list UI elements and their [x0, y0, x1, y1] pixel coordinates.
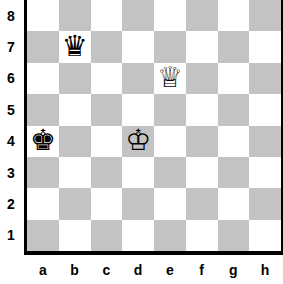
rank-label-4: 4: [0, 126, 22, 157]
square-c8[interactable]: [91, 0, 123, 31]
square-a6[interactable]: [27, 63, 59, 94]
square-g7[interactable]: [218, 31, 250, 62]
square-h2[interactable]: [249, 188, 281, 219]
square-h6[interactable]: [249, 63, 281, 94]
square-h1[interactable]: [249, 220, 281, 251]
square-c2[interactable]: [91, 188, 123, 219]
square-a4[interactable]: ♚: [27, 126, 59, 157]
square-g3[interactable]: [218, 157, 250, 188]
square-e3[interactable]: [154, 157, 186, 188]
square-d2[interactable]: [122, 188, 154, 219]
square-b7[interactable]: ♛: [59, 31, 91, 62]
square-b2[interactable]: [59, 188, 91, 219]
square-c3[interactable]: [91, 157, 123, 188]
square-b3[interactable]: [59, 157, 91, 188]
file-label-f: f: [186, 257, 218, 283]
square-a1[interactable]: [27, 220, 59, 251]
square-a5[interactable]: [27, 94, 59, 125]
square-f6[interactable]: [186, 63, 218, 94]
square-a7[interactable]: [27, 31, 59, 62]
file-label-g: g: [218, 257, 250, 283]
square-d6[interactable]: [122, 63, 154, 94]
square-g2[interactable]: [218, 188, 250, 219]
square-f4[interactable]: [186, 126, 218, 157]
square-h8[interactable]: [249, 0, 281, 31]
square-d7[interactable]: [122, 31, 154, 62]
square-c1[interactable]: [91, 220, 123, 251]
square-f7[interactable]: [186, 31, 218, 62]
square-f1[interactable]: [186, 220, 218, 251]
file-label-h: h: [249, 257, 281, 283]
square-h5[interactable]: [249, 94, 281, 125]
rank-label-1: 1: [0, 220, 22, 251]
chess-diagram: 87654321 ♛♕♚♔ abcdefgh: [0, 0, 283, 284]
square-a8[interactable]: [27, 0, 59, 31]
square-e6[interactable]: ♕: [154, 63, 186, 94]
file-labels: abcdefgh: [27, 257, 281, 283]
square-b4[interactable]: [59, 126, 91, 157]
rank-labels: 87654321: [0, 0, 22, 251]
square-f2[interactable]: [186, 188, 218, 219]
square-e4[interactable]: [154, 126, 186, 157]
white-queen[interactable]: ♕: [157, 63, 183, 92]
square-e7[interactable]: [154, 31, 186, 62]
square-g6[interactable]: [218, 63, 250, 94]
square-e8[interactable]: [154, 0, 186, 31]
file-label-a: a: [27, 257, 59, 283]
square-e1[interactable]: [154, 220, 186, 251]
square-d8[interactable]: [122, 0, 154, 31]
square-g5[interactable]: [218, 94, 250, 125]
white-king[interactable]: ♔: [125, 126, 151, 155]
square-d1[interactable]: [122, 220, 154, 251]
square-d5[interactable]: [122, 94, 154, 125]
rank-label-3: 3: [0, 157, 22, 188]
square-g1[interactable]: [218, 220, 250, 251]
square-c5[interactable]: [91, 94, 123, 125]
square-g4[interactable]: [218, 126, 250, 157]
square-g8[interactable]: [218, 0, 250, 31]
file-label-d: d: [122, 257, 154, 283]
file-label-b: b: [59, 257, 91, 283]
square-b5[interactable]: [59, 94, 91, 125]
square-f8[interactable]: [186, 0, 218, 31]
chess-board: ♛♕♚♔: [24, 0, 283, 255]
square-c6[interactable]: [91, 63, 123, 94]
square-h7[interactable]: [249, 31, 281, 62]
square-f3[interactable]: [186, 157, 218, 188]
square-f5[interactable]: [186, 94, 218, 125]
square-d3[interactable]: [122, 157, 154, 188]
square-c7[interactable]: [91, 31, 123, 62]
black-king[interactable]: ♚: [30, 126, 56, 155]
square-a3[interactable]: [27, 157, 59, 188]
square-e2[interactable]: [154, 188, 186, 219]
square-b8[interactable]: [59, 0, 91, 31]
square-b6[interactable]: [59, 63, 91, 94]
rank-label-8: 8: [0, 0, 22, 31]
square-d4[interactable]: ♔: [122, 126, 154, 157]
rank-label-6: 6: [0, 63, 22, 94]
rank-label-2: 2: [0, 188, 22, 219]
square-e5[interactable]: [154, 94, 186, 125]
square-c4[interactable]: [91, 126, 123, 157]
file-label-c: c: [91, 257, 123, 283]
rank-label-5: 5: [0, 94, 22, 125]
black-queen[interactable]: ♛: [62, 32, 88, 61]
file-label-e: e: [154, 257, 186, 283]
square-h4[interactable]: [249, 126, 281, 157]
square-a2[interactable]: [27, 188, 59, 219]
rank-label-7: 7: [0, 31, 22, 62]
square-h3[interactable]: [249, 157, 281, 188]
square-b1[interactable]: [59, 220, 91, 251]
